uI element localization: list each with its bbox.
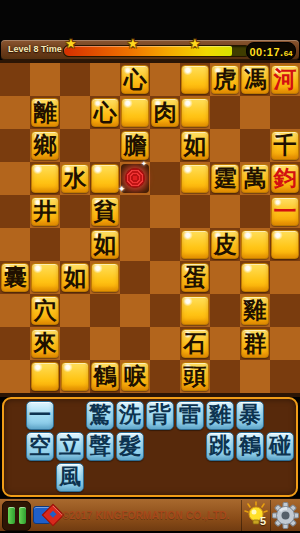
board-tile: 河 bbox=[271, 65, 299, 94]
tray-tile[interactable]: 雷 bbox=[176, 401, 204, 430]
board-cell bbox=[30, 228, 60, 261]
target-slot[interactable]: ✦✦ bbox=[121, 164, 149, 193]
board-cell bbox=[240, 360, 270, 393]
board-tile: 如 bbox=[181, 131, 209, 160]
board-tile: 蛋 bbox=[181, 263, 209, 292]
board-cell bbox=[270, 261, 300, 294]
board-tile: 頭 bbox=[181, 362, 209, 391]
empty-slot-tile[interactable] bbox=[61, 362, 89, 391]
board-tile: 群 bbox=[241, 329, 269, 358]
board-cell bbox=[210, 261, 240, 294]
footer-bar: ©2017 KINGFORMATION CO.,LTD. 5 bbox=[0, 498, 300, 532]
tray-tile[interactable]: 驚 bbox=[86, 401, 114, 430]
board-cell bbox=[120, 195, 150, 228]
board-cell bbox=[0, 63, 30, 96]
board-tile: 鄉 bbox=[31, 131, 59, 160]
board-tile: 心 bbox=[121, 65, 149, 94]
hint-bulb-button[interactable] bbox=[242, 499, 271, 532]
timer-display: 00:17.64 bbox=[246, 42, 296, 60]
tray-tile[interactable]: 跳 bbox=[206, 432, 234, 461]
board-cell bbox=[210, 129, 240, 162]
board-tile: 皮 bbox=[211, 230, 239, 259]
board-tile: 肉 bbox=[151, 98, 179, 127]
tray-tile[interactable]: 一 bbox=[26, 401, 54, 430]
empty-slot-tile[interactable] bbox=[271, 230, 299, 259]
board-cell bbox=[120, 261, 150, 294]
board-cell bbox=[150, 294, 180, 327]
progress-fill bbox=[64, 46, 232, 56]
board-cell bbox=[30, 63, 60, 96]
board-cell bbox=[90, 294, 120, 327]
empty-slot-tile[interactable] bbox=[31, 362, 59, 391]
timer-frac: 64 bbox=[284, 49, 293, 58]
board-cell bbox=[0, 129, 30, 162]
empty-slot-tile[interactable] bbox=[91, 164, 119, 193]
board-cell bbox=[0, 294, 30, 327]
board-cell bbox=[0, 360, 30, 393]
empty-slot-tile[interactable] bbox=[91, 263, 119, 292]
board-cell bbox=[90, 63, 120, 96]
board-cell bbox=[270, 327, 300, 360]
ad-banner bbox=[0, 0, 300, 40]
lightbulb-icon bbox=[242, 499, 271, 532]
game-screen: Level 8 Time ★★★ 00:17.64 心虎馮河離心肉鄉膽如千水霆萬… bbox=[0, 0, 300, 533]
progress-bar bbox=[63, 45, 250, 57]
tray-tile[interactable]: 鶴 bbox=[236, 432, 264, 461]
timer-main: 00:17. bbox=[249, 46, 283, 58]
header-bar: Level 8 Time ★★★ 00:17.64 bbox=[1, 40, 299, 60]
empty-slot-tile[interactable] bbox=[181, 164, 209, 193]
board-tile: 穴 bbox=[31, 296, 59, 325]
sparkle-icon: ✦ bbox=[141, 160, 147, 168]
board-tile: 虎 bbox=[211, 65, 239, 94]
tray-tile[interactable]: 空 bbox=[26, 432, 54, 461]
board-cell bbox=[150, 63, 180, 96]
board-tile: 如 bbox=[61, 263, 89, 292]
empty-slot-tile[interactable] bbox=[31, 164, 59, 193]
empty-slot-tile[interactable] bbox=[181, 296, 209, 325]
board-cell bbox=[270, 360, 300, 393]
empty-slot-tile[interactable] bbox=[241, 230, 269, 259]
board-cell bbox=[120, 294, 150, 327]
board-cell bbox=[60, 228, 90, 261]
board-cell bbox=[240, 195, 270, 228]
board-cell bbox=[180, 195, 210, 228]
board-cell bbox=[240, 129, 270, 162]
board-cell bbox=[60, 129, 90, 162]
tile-tray: 一驚洗背雷雞暴空立聲髮跳鶴碰風 bbox=[2, 397, 298, 497]
copyright-text: ©2017 KINGFORMATION CO.,LTD. bbox=[62, 510, 230, 521]
board-tile: 來 bbox=[31, 329, 59, 358]
board-tile: 鈞 bbox=[271, 164, 299, 193]
tray-tile[interactable]: 聲 bbox=[86, 432, 114, 461]
settings-button[interactable] bbox=[271, 500, 300, 531]
board-tile: 鶴 bbox=[91, 362, 119, 391]
board-cell bbox=[60, 327, 90, 360]
board-cell bbox=[210, 96, 240, 129]
tray-tile[interactable]: 雞 bbox=[206, 401, 234, 430]
board-cell bbox=[270, 96, 300, 129]
board-tile: 萬 bbox=[241, 164, 269, 193]
board-cell bbox=[270, 294, 300, 327]
sparkle-icon: ✦ bbox=[118, 184, 126, 194]
tray-tile[interactable]: 立 bbox=[56, 432, 84, 461]
board-tile: 貧 bbox=[91, 197, 119, 226]
board-cell bbox=[0, 228, 30, 261]
board-cell bbox=[120, 228, 150, 261]
board-tile: 霆 bbox=[211, 164, 239, 193]
tray-tile[interactable]: 暴 bbox=[236, 401, 264, 430]
tray-tile[interactable]: 風 bbox=[56, 463, 84, 492]
tray-tile[interactable]: 髮 bbox=[116, 432, 144, 461]
target-cursor-icon bbox=[125, 168, 145, 188]
board-cell bbox=[210, 327, 240, 360]
level-label: Level 8 Time bbox=[8, 44, 62, 54]
pause-button[interactable] bbox=[2, 501, 31, 531]
board-tile: 水 bbox=[61, 164, 89, 193]
board-cell bbox=[150, 360, 180, 393]
board-cell bbox=[150, 327, 180, 360]
board-cell bbox=[60, 96, 90, 129]
board-cell bbox=[150, 195, 180, 228]
empty-slot-tile[interactable] bbox=[181, 98, 209, 127]
board-cell bbox=[210, 294, 240, 327]
empty-slot-tile[interactable] bbox=[121, 98, 149, 127]
board-tile: 囊 bbox=[1, 263, 29, 292]
tray-tile[interactable]: 背 bbox=[146, 401, 174, 430]
board-cell bbox=[60, 294, 90, 327]
board-tile: 井 bbox=[31, 197, 59, 226]
board-tile: 如 bbox=[91, 230, 119, 259]
board-cell bbox=[150, 162, 180, 195]
board-cell bbox=[60, 195, 90, 228]
board-cell bbox=[0, 327, 30, 360]
tray-tile[interactable]: 洗 bbox=[116, 401, 144, 430]
tray-tile[interactable]: 碰 bbox=[266, 432, 294, 461]
board-cell bbox=[120, 327, 150, 360]
board-tile: 馮 bbox=[241, 65, 269, 94]
board-cell bbox=[240, 96, 270, 129]
board-tile: 離 bbox=[31, 98, 59, 127]
board-cell bbox=[150, 228, 180, 261]
empty-slot-tile[interactable] bbox=[181, 230, 209, 259]
star-icon: ★ bbox=[65, 36, 77, 51]
board-tile: 雞 bbox=[241, 296, 269, 325]
puzzle-board: 心虎馮河離心肉鄉膽如千水霆萬鈞井貧一如皮囊如蛋穴雞來石群鶴唳頭✦✦ bbox=[0, 60, 300, 397]
board-cell bbox=[150, 261, 180, 294]
hint-count-badge: 5 bbox=[260, 515, 266, 527]
board-tile: 唳 bbox=[121, 362, 149, 391]
board-cell bbox=[150, 129, 180, 162]
board-cell bbox=[210, 360, 240, 393]
board-cell bbox=[0, 96, 30, 129]
board-tile: 心 bbox=[91, 98, 119, 127]
board-tile: 千 bbox=[271, 131, 299, 160]
board-cell bbox=[0, 195, 30, 228]
board-cell bbox=[0, 162, 30, 195]
board-tile: 一 bbox=[271, 197, 299, 226]
board-tile: 膽 bbox=[121, 131, 149, 160]
settings-gear-icon bbox=[271, 500, 300, 531]
board-cell bbox=[60, 63, 90, 96]
board-cell bbox=[90, 129, 120, 162]
empty-slot-tile[interactable] bbox=[181, 65, 209, 94]
empty-slot-tile[interactable] bbox=[31, 263, 59, 292]
star-icon: ★ bbox=[127, 36, 139, 51]
star-icon: ★ bbox=[189, 36, 201, 51]
board-cell bbox=[90, 327, 120, 360]
empty-slot-tile[interactable] bbox=[241, 263, 269, 292]
board-tile: 石 bbox=[181, 329, 209, 358]
board-cell bbox=[210, 195, 240, 228]
